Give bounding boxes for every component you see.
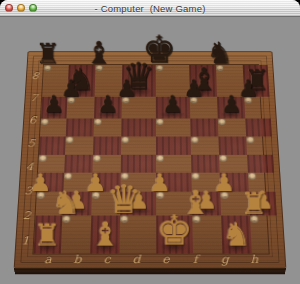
square-c5[interactable]: [93, 136, 122, 154]
piece-shadow: [122, 219, 127, 221]
piece-shadow: [69, 100, 74, 102]
piece-white-pawn[interactable]: ♟: [30, 170, 52, 194]
square-g1[interactable]: ♞: [221, 215, 251, 253]
window-controls: [5, 4, 37, 12]
square-c4[interactable]: [93, 154, 101, 161]
square-e4[interactable]: [156, 154, 164, 161]
window-title: - Computer (New Game): [94, 3, 205, 14]
piece-white-rook[interactable]: ♜: [241, 189, 268, 219]
piece-shadow: [97, 68, 102, 69]
chess-board: ♜♞♝♛♚♝♞♜♟♟♟♟♟♟♟♟♟♟♟♟♟♟♟♟♜♞♝♛♚♝♞♜ 8765432…: [14, 51, 287, 268]
file-label-f: f: [180, 252, 210, 266]
square-e1[interactable]: ♚: [156, 215, 193, 253]
board-grid: ♜♞♝♛♚♝♞♜♟♟♟♟♟♟♟♟♟♟♟♟♟♟♟♟♜♞♝♛♚♝♞♜: [33, 64, 268, 253]
file-label-c: c: [92, 252, 122, 266]
square-e2[interactable]: ♟: [156, 191, 164, 198]
piece-black-pawn[interactable]: ♟: [183, 76, 204, 99]
square-g5[interactable]: [219, 136, 247, 154]
square-a8[interactable]: ♜: [44, 64, 52, 70]
piece-shadow: [157, 195, 162, 197]
rank-label-6: 6: [24, 114, 41, 125]
piece-white-knight[interactable]: ♞: [223, 218, 252, 250]
piece-shadow: [246, 100, 251, 102]
square-h5[interactable]: [246, 136, 254, 143]
piece-black-pawn[interactable]: ♟: [221, 92, 242, 116]
piece-black-pawn[interactable]: ♟: [97, 92, 118, 116]
square-f5[interactable]: [190, 136, 198, 143]
piece-shadow: [64, 219, 69, 221]
square-d5[interactable]: [122, 136, 130, 143]
piece-shadow: [45, 68, 50, 69]
piece-shadow: [252, 219, 257, 221]
file-label-b: b: [62, 252, 92, 266]
square-g7[interactable]: ♟: [217, 96, 245, 118]
rank-label-7: 7: [25, 92, 42, 103]
piece-white-pawn[interactable]: ♟: [149, 170, 171, 194]
square-b7[interactable]: ♟: [67, 96, 75, 102]
piece-shadow: [218, 68, 223, 69]
square-g2[interactable]: ♟: [221, 191, 229, 198]
piece-white-king[interactable]: ♚: [156, 209, 193, 250]
piece-shadow: [222, 195, 227, 197]
piece-white-knight[interactable]: ♞: [52, 187, 81, 219]
square-d6[interactable]: [122, 118, 156, 136]
square-b3[interactable]: [64, 172, 72, 179]
square-a7[interactable]: ♟: [41, 96, 67, 118]
square-h3[interactable]: [248, 172, 256, 179]
square-b5[interactable]: [65, 136, 73, 143]
board-frame: ♜♞♝♛♚♝♞♜♟♟♟♟♟♟♟♟♟♟♟♟♟♟♟♟♜♞♝♛♚♝♞♜ 8765432…: [14, 51, 287, 268]
board-front-edge: [14, 267, 287, 274]
piece-shadow: [124, 100, 129, 102]
square-b6[interactable]: [66, 118, 94, 136]
square-f3[interactable]: [191, 172, 199, 179]
square-f1[interactable]: ♝: [192, 215, 200, 222]
zoom-button[interactable]: [29, 4, 37, 12]
minimize-button[interactable]: [17, 4, 25, 12]
square-a2[interactable]: ♟: [37, 191, 46, 198]
piece-black-pawn[interactable]: ♟: [43, 92, 64, 116]
square-f6[interactable]: [190, 118, 219, 136]
square-a1[interactable]: ♜: [33, 215, 62, 253]
piece-shadow: [38, 195, 43, 197]
square-c8[interactable]: ♝: [95, 64, 103, 70]
file-label-e: e: [151, 252, 181, 266]
square-c7[interactable]: ♟: [94, 96, 122, 118]
piece-black-pawn[interactable]: ♟: [116, 76, 137, 99]
piece-shadow: [93, 195, 98, 197]
file-label-g: g: [210, 252, 240, 266]
square-a5[interactable]: [39, 136, 66, 154]
close-button[interactable]: [5, 4, 13, 12]
file-label-h: h: [239, 252, 269, 266]
piece-black-rook[interactable]: ♜: [35, 40, 60, 68]
piece-white-rook[interactable]: ♜: [34, 220, 61, 250]
square-h6[interactable]: [245, 118, 272, 136]
square-e8[interactable]: ♚: [155, 64, 163, 70]
piece-white-queen[interactable]: ♛: [107, 179, 142, 218]
file-label-a: a: [33, 252, 63, 266]
rank-label-5: 5: [22, 137, 40, 149]
piece-shadow: [191, 100, 196, 102]
square-g4[interactable]: [219, 154, 227, 161]
square-c1[interactable]: ♝: [90, 215, 121, 253]
square-h4[interactable]: [247, 154, 274, 172]
chess-app-window: - Computer (New Game) ♜♞♝♛♚♝♞♜♟♟♟♟♟♟♟♟♟♟…: [0, 0, 300, 284]
square-e6[interactable]: [155, 118, 163, 125]
square-a4[interactable]: [39, 154, 47, 161]
piece-white-pawn[interactable]: ♟: [85, 170, 107, 194]
piece-shadow: [194, 219, 199, 221]
square-d1[interactable]: ♛: [121, 215, 129, 222]
square-c2[interactable]: ♟: [92, 191, 100, 198]
square-a6[interactable]: [41, 118, 49, 125]
square-d7[interactable]: ♟: [122, 96, 130, 102]
square-c6[interactable]: [94, 118, 102, 125]
file-label-d: d: [121, 252, 151, 266]
square-h7[interactable]: ♟: [244, 96, 252, 102]
game-area: ♜♞♝♛♚♝♞♜♟♟♟♟♟♟♟♟♟♟♟♟♟♟♟♟♜♞♝♛♚♝♞♜ 8765432…: [0, 17, 300, 284]
square-g6[interactable]: [218, 118, 226, 125]
rank-label-8: 8: [27, 70, 44, 81]
square-e5[interactable]: [156, 136, 191, 154]
piece-shadow: [157, 68, 162, 69]
piece-black-pawn[interactable]: ♟: [162, 92, 183, 116]
square-b1[interactable]: ♞: [62, 215, 71, 222]
piece-white-bishop[interactable]: ♝: [90, 217, 120, 251]
title-bar[interactable]: - Computer (New Game): [0, 0, 300, 17]
board-scene: ♜♞♝♛♚♝♞♜♟♟♟♟♟♟♟♟♟♟♟♟♟♟♟♟♜♞♝♛♚♝♞♜ 8765432…: [0, 17, 300, 284]
rank-label-1: 1: [16, 234, 34, 247]
square-f7[interactable]: ♟: [189, 96, 197, 102]
